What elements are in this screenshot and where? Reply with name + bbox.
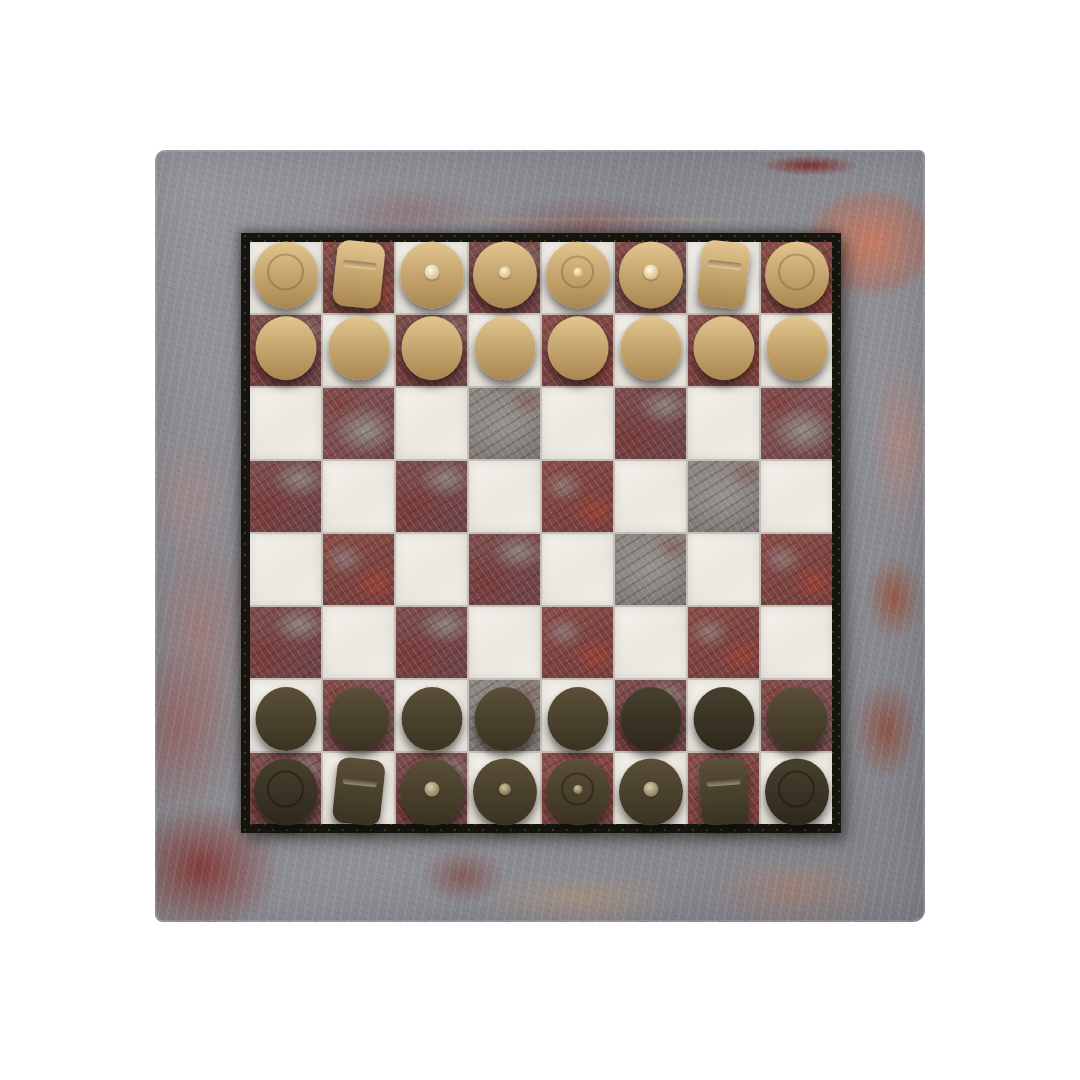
square-g1[interactable] [688, 753, 759, 824]
square-e7[interactable] [542, 315, 613, 386]
chess-board [250, 242, 832, 824]
piece-black-king[interactable] [550, 761, 606, 817]
piece-black-bishop[interactable] [623, 761, 679, 817]
piece-white-pawn[interactable] [332, 319, 385, 372]
queen-finial [499, 783, 511, 795]
piece-white-pawn[interactable] [551, 319, 604, 372]
square-f8[interactable] [615, 242, 686, 313]
square-a1[interactable] [250, 753, 321, 824]
square-g5[interactable] [688, 461, 759, 532]
square-a4[interactable] [250, 534, 321, 605]
piece-black-pawn[interactable] [478, 690, 531, 743]
square-a7[interactable] [250, 315, 321, 386]
square-d1[interactable] [469, 753, 540, 824]
king-finial [573, 267, 582, 276]
square-g8[interactable] [688, 242, 759, 313]
square-d7[interactable] [469, 315, 540, 386]
queen-finial [499, 266, 511, 278]
board-border [241, 233, 841, 833]
square-h5[interactable] [761, 461, 832, 532]
square-c7[interactable] [396, 315, 467, 386]
square-h6[interactable] [761, 388, 832, 459]
bishop-finial [424, 264, 439, 279]
square-e6[interactable] [542, 388, 613, 459]
square-a6[interactable] [250, 388, 321, 459]
square-g3[interactable] [688, 607, 759, 678]
square-e5[interactable] [542, 461, 613, 532]
piece-black-pawn[interactable] [624, 690, 677, 743]
piece-black-pawn[interactable] [697, 690, 750, 743]
piece-white-knight[interactable] [702, 242, 746, 302]
square-d8[interactable] [469, 242, 540, 313]
square-f2[interactable] [615, 680, 686, 751]
piece-white-pawn[interactable] [697, 319, 750, 372]
piece-black-rook[interactable] [769, 761, 825, 817]
king-finial [573, 784, 582, 793]
piece-black-pawn[interactable] [405, 690, 458, 743]
square-c5[interactable] [396, 461, 467, 532]
square-g4[interactable] [688, 534, 759, 605]
square-b1[interactable] [323, 753, 394, 824]
square-h4[interactable] [761, 534, 832, 605]
square-c1[interactable] [396, 753, 467, 824]
square-h8[interactable] [761, 242, 832, 313]
piece-white-king[interactable] [550, 244, 606, 300]
bishop-finial [643, 264, 658, 279]
square-c3[interactable] [396, 607, 467, 678]
square-c4[interactable] [396, 534, 467, 605]
square-c6[interactable] [396, 388, 467, 459]
square-f5[interactable] [615, 461, 686, 532]
square-b2[interactable] [323, 680, 394, 751]
square-b3[interactable] [323, 607, 394, 678]
square-f4[interactable] [615, 534, 686, 605]
piece-black-pawn[interactable] [770, 690, 823, 743]
piece-white-queen[interactable] [477, 244, 533, 300]
piece-white-pawn[interactable] [624, 319, 677, 372]
square-e8[interactable] [542, 242, 613, 313]
bishop-finial [643, 781, 658, 796]
square-e1[interactable] [542, 753, 613, 824]
square-a3[interactable] [250, 607, 321, 678]
piece-black-knight[interactable] [703, 760, 745, 819]
piece-black-bishop[interactable] [404, 761, 460, 817]
square-f7[interactable] [615, 315, 686, 386]
piece-white-pawn[interactable] [770, 319, 823, 372]
piece-white-bishop[interactable] [623, 244, 679, 300]
square-e2[interactable] [542, 680, 613, 751]
piece-black-pawn[interactable] [259, 690, 312, 743]
square-d5[interactable] [469, 461, 540, 532]
square-h7[interactable] [761, 315, 832, 386]
square-b7[interactable] [323, 315, 394, 386]
square-g7[interactable] [688, 315, 759, 386]
square-g6[interactable] [688, 388, 759, 459]
square-d2[interactable] [469, 680, 540, 751]
bishop-finial [424, 781, 439, 796]
piece-white-pawn[interactable] [405, 319, 458, 372]
square-g2[interactable] [688, 680, 759, 751]
piece-white-bishop[interactable] [404, 244, 460, 300]
square-c8[interactable] [396, 242, 467, 313]
square-d6[interactable] [469, 388, 540, 459]
square-a2[interactable] [250, 680, 321, 751]
piece-black-rook[interactable] [258, 761, 314, 817]
square-f6[interactable] [615, 388, 686, 459]
square-e4[interactable] [542, 534, 613, 605]
square-f1[interactable] [615, 753, 686, 824]
square-c2[interactable] [396, 680, 467, 751]
piece-black-queen[interactable] [477, 761, 533, 817]
square-d4[interactable] [469, 534, 540, 605]
piece-white-rook[interactable] [769, 244, 825, 300]
piece-white-pawn[interactable] [478, 319, 531, 372]
square-h2[interactable] [761, 680, 832, 751]
square-b5[interactable] [323, 461, 394, 532]
piece-black-pawn[interactable] [332, 690, 385, 743]
square-f3[interactable] [615, 607, 686, 678]
square-a8[interactable] [250, 242, 321, 313]
square-d3[interactable] [469, 607, 540, 678]
square-b8[interactable] [323, 242, 394, 313]
square-h3[interactable] [761, 607, 832, 678]
square-a5[interactable] [250, 461, 321, 532]
square-b6[interactable] [323, 388, 394, 459]
square-e3[interactable] [542, 607, 613, 678]
photo-canvas [0, 0, 1080, 1080]
piece-white-knight[interactable] [337, 242, 381, 302]
square-b4[interactable] [323, 534, 394, 605]
piece-white-rook[interactable] [258, 244, 314, 300]
piece-black-knight[interactable] [337, 759, 381, 819]
piece-white-pawn[interactable] [259, 319, 312, 372]
square-h1[interactable] [761, 753, 832, 824]
piece-black-pawn[interactable] [551, 690, 604, 743]
